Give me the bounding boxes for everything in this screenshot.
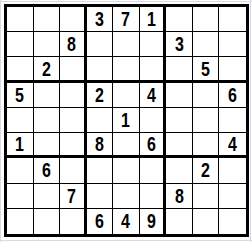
cell-r4c1[interactable]: 5 — [7, 83, 34, 108]
given-digit: 1 — [122, 110, 131, 130]
cell-r9c4[interactable]: 6 — [87, 209, 114, 234]
cell-r4c9[interactable]: 6 — [219, 83, 246, 108]
cell-r1c4[interactable]: 3 — [87, 7, 114, 32]
cell-r2c7[interactable]: 3 — [166, 32, 193, 57]
cell-r1c7[interactable] — [166, 7, 193, 32]
cell-r6c7[interactable] — [166, 133, 193, 158]
given-digit: 2 — [95, 85, 104, 105]
cell-r4c5[interactable] — [113, 83, 140, 108]
cell-r5c8[interactable] — [193, 108, 220, 133]
cell-r1c6[interactable]: 1 — [140, 7, 167, 32]
cell-r6c4[interactable]: 8 — [87, 133, 114, 158]
cell-r4c3[interactable] — [60, 83, 87, 108]
cell-r8c6[interactable] — [140, 184, 167, 209]
given-digit: 5 — [201, 59, 210, 79]
given-digit: 6 — [95, 211, 104, 231]
cell-r5c2[interactable] — [34, 108, 61, 133]
given-digit: 5 — [15, 85, 24, 105]
cell-r2c6[interactable] — [140, 32, 167, 57]
given-digit: 7 — [122, 9, 131, 29]
cell-r7c2[interactable]: 6 — [34, 158, 61, 183]
given-digit: 8 — [67, 34, 76, 54]
cell-r7c7[interactable] — [166, 158, 193, 183]
cell-r9c2[interactable] — [34, 209, 61, 234]
cell-r8c3[interactable]: 7 — [60, 184, 87, 209]
cell-r8c4[interactable] — [87, 184, 114, 209]
cell-r8c8[interactable] — [193, 184, 220, 209]
cell-r1c9[interactable] — [219, 7, 246, 32]
cell-r7c4[interactable] — [87, 158, 114, 183]
cell-r5c4[interactable] — [87, 108, 114, 133]
cell-r6c2[interactable] — [34, 133, 61, 158]
cell-r3c9[interactable] — [219, 57, 246, 82]
given-digit: 6 — [228, 85, 237, 105]
cell-r4c4[interactable]: 2 — [87, 83, 114, 108]
cell-r6c6[interactable]: 6 — [140, 133, 167, 158]
cell-r5c7[interactable] — [166, 108, 193, 133]
sudoku-board: 37183255246118646278649 — [4, 4, 249, 237]
cell-r5c1[interactable] — [7, 108, 34, 133]
given-digit: 7 — [67, 186, 76, 206]
cell-r1c5[interactable]: 7 — [113, 7, 140, 32]
cell-r8c1[interactable] — [7, 184, 34, 209]
cell-r2c8[interactable] — [193, 32, 220, 57]
given-digit: 1 — [147, 9, 156, 29]
cell-r8c2[interactable] — [34, 184, 61, 209]
cell-r3c4[interactable] — [87, 57, 114, 82]
given-digit: 1 — [15, 134, 24, 154]
cell-r8c9[interactable] — [219, 184, 246, 209]
cell-r2c2[interactable] — [34, 32, 61, 57]
given-digit: 2 — [201, 160, 210, 180]
cell-r7c8[interactable]: 2 — [193, 158, 220, 183]
cell-r2c5[interactable] — [113, 32, 140, 57]
cell-r7c6[interactable] — [140, 158, 167, 183]
cell-r6c1[interactable]: 1 — [7, 133, 34, 158]
given-digit: 4 — [147, 85, 156, 105]
cell-r6c9[interactable]: 4 — [219, 133, 246, 158]
given-digit: 8 — [175, 186, 184, 206]
cell-r8c5[interactable] — [113, 184, 140, 209]
cell-r9c3[interactable] — [60, 209, 87, 234]
cell-r7c3[interactable] — [60, 158, 87, 183]
cell-r3c3[interactable] — [60, 57, 87, 82]
cell-r9c5[interactable]: 4 — [113, 209, 140, 234]
cell-r4c7[interactable] — [166, 83, 193, 108]
cell-r7c9[interactable] — [219, 158, 246, 183]
cell-r2c3[interactable]: 8 — [60, 32, 87, 57]
spreadsheet-gridline-right — [250, 0, 251, 242]
cell-r6c3[interactable] — [60, 133, 87, 158]
given-digit: 4 — [228, 134, 237, 154]
cell-r4c8[interactable] — [193, 83, 220, 108]
given-digit: 3 — [95, 9, 104, 29]
cell-r9c6[interactable]: 9 — [140, 209, 167, 234]
cell-r8c7[interactable]: 8 — [166, 184, 193, 209]
cell-r2c1[interactable] — [7, 32, 34, 57]
given-digit: 2 — [42, 59, 51, 79]
cell-r4c6[interactable]: 4 — [140, 83, 167, 108]
cell-r7c5[interactable] — [113, 158, 140, 183]
cell-r3c6[interactable] — [140, 57, 167, 82]
cell-r2c9[interactable] — [219, 32, 246, 57]
cell-r3c7[interactable] — [166, 57, 193, 82]
spreadsheet-gridline-top — [0, 1, 252, 2]
cell-r5c3[interactable] — [60, 108, 87, 133]
cell-r1c1[interactable] — [7, 7, 34, 32]
cell-r1c3[interactable] — [60, 7, 87, 32]
cell-r3c8[interactable]: 5 — [193, 57, 220, 82]
cell-r9c7[interactable] — [166, 209, 193, 234]
cell-r4c2[interactable] — [34, 83, 61, 108]
given-digit: 4 — [122, 211, 131, 231]
cell-r3c2[interactable]: 2 — [34, 57, 61, 82]
cell-r5c9[interactable] — [219, 108, 246, 133]
given-digit: 3 — [175, 34, 184, 54]
cell-r5c6[interactable] — [140, 108, 167, 133]
cell-r1c2[interactable] — [34, 7, 61, 32]
spreadsheet-gridline-left — [0, 0, 1, 242]
spreadsheet-gridline-bottom — [0, 240, 252, 241]
given-digit: 8 — [95, 134, 104, 154]
sudoku-page: 37183255246118646278649 — [0, 0, 252, 242]
cell-r6c8[interactable] — [193, 133, 220, 158]
cell-r3c5[interactable] — [113, 57, 140, 82]
given-digit: 6 — [42, 160, 51, 180]
given-digit: 9 — [147, 211, 156, 231]
cell-r2c4[interactable] — [87, 32, 114, 57]
cell-r9c8[interactable] — [193, 209, 220, 234]
cell-r5c5[interactable]: 1 — [113, 108, 140, 133]
given-digit: 6 — [147, 134, 156, 154]
cell-r3c1[interactable] — [7, 57, 34, 82]
cell-r1c8[interactable] — [193, 7, 220, 32]
cell-r9c1[interactable] — [7, 209, 34, 234]
cell-r9c9[interactable] — [219, 209, 246, 234]
cell-r6c5[interactable] — [113, 133, 140, 158]
cell-r7c1[interactable] — [7, 158, 34, 183]
